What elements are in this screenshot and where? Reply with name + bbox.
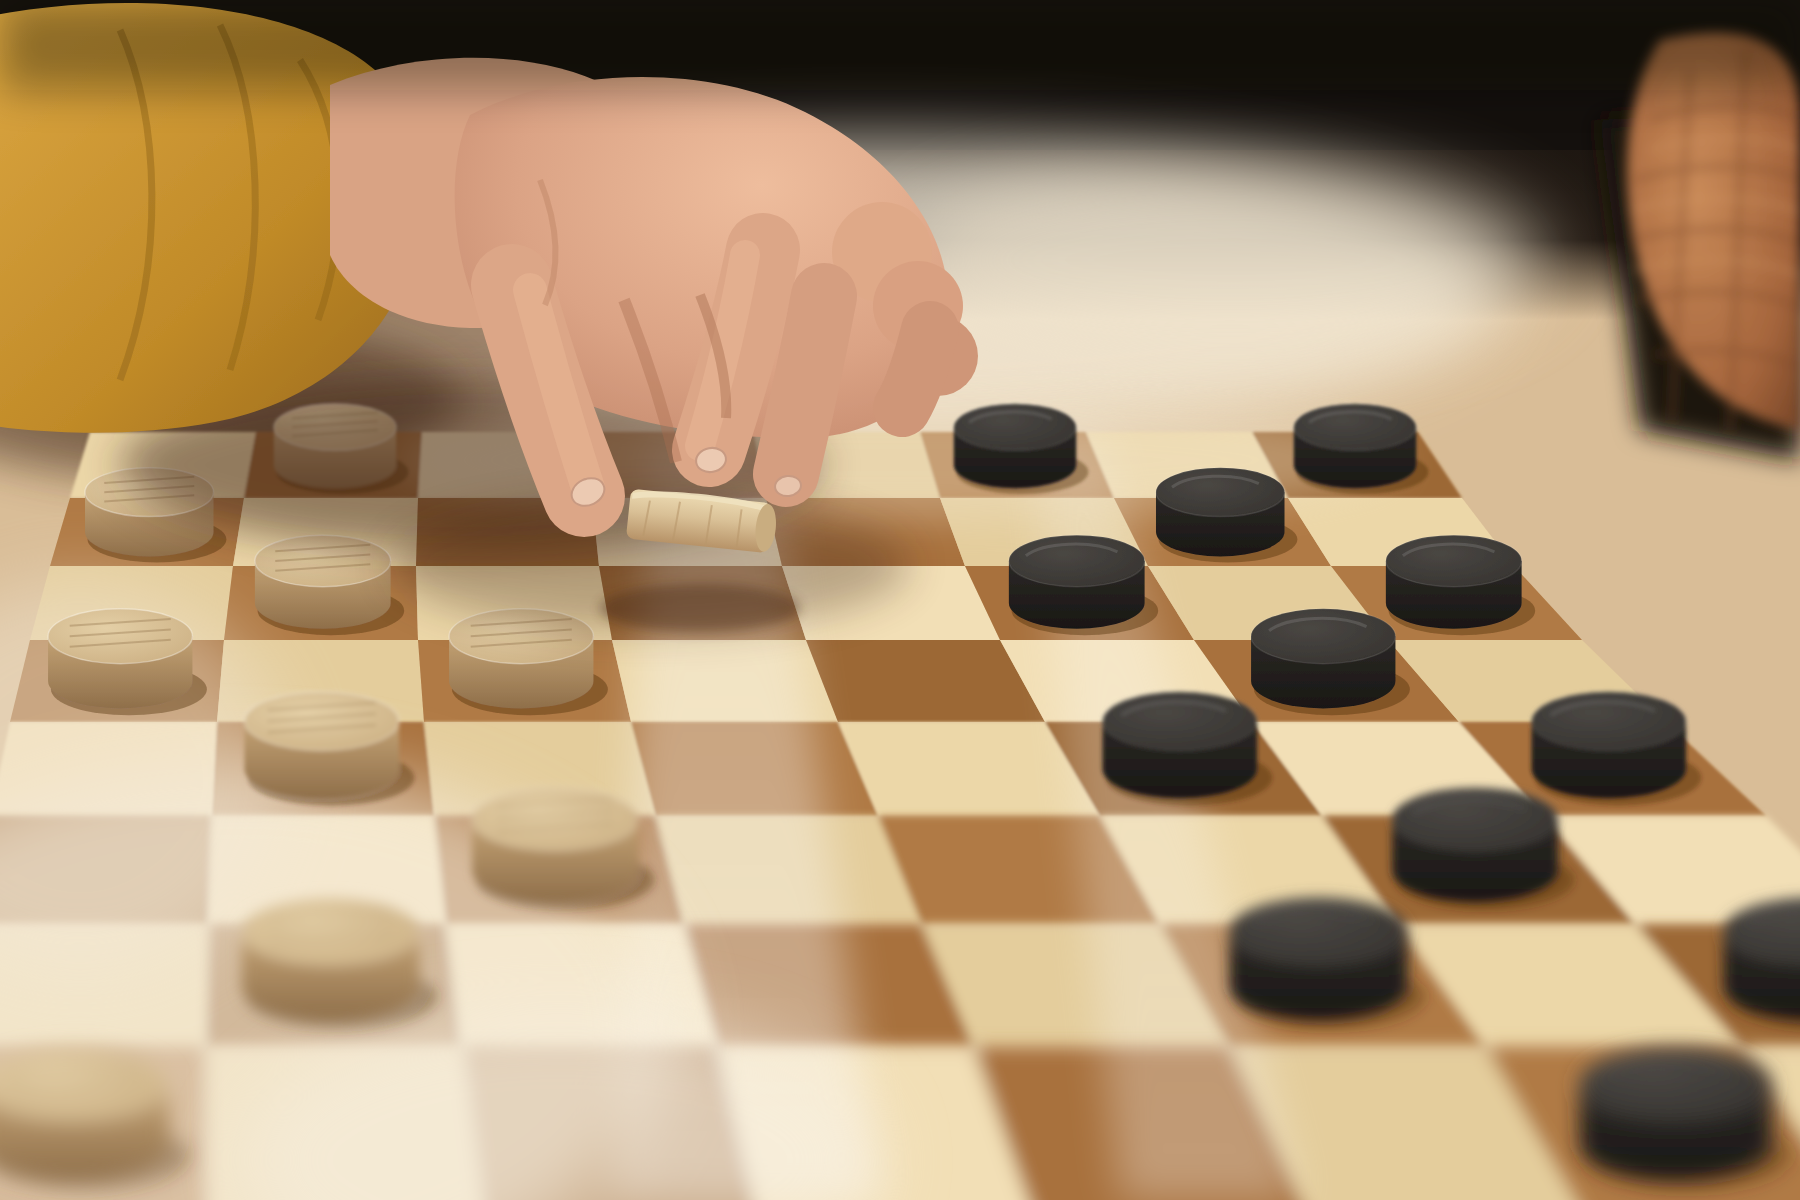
held-piece-shadow xyxy=(600,584,800,632)
table-bright-band-2 xyxy=(910,160,1550,360)
piece-dark-g7 xyxy=(1156,468,1297,563)
top-vignette xyxy=(0,0,1800,90)
piece-dark-h4 xyxy=(1532,692,1702,806)
piece-dark-h6 xyxy=(1386,535,1535,635)
piece-dark-f8 xyxy=(954,404,1089,494)
piece-light-b6 xyxy=(255,535,404,635)
piece-light-b4 xyxy=(245,692,415,806)
piece-dark-g5 xyxy=(1251,609,1410,715)
piece-dark-f6 xyxy=(1009,535,1158,635)
piece-dark-f2 xyxy=(1230,898,1426,1029)
checkers-photo xyxy=(0,0,1800,1200)
piece-dark-h2 xyxy=(1724,898,1800,1029)
photo-scene xyxy=(0,0,1800,1200)
piece-dark-f4 xyxy=(1103,692,1273,806)
piece-light-b2 xyxy=(242,898,438,1029)
piece-light-a1 xyxy=(0,1048,189,1190)
piece-light-a5 xyxy=(48,609,207,715)
piece-light-c3 xyxy=(472,788,654,910)
piece-dark-g1 xyxy=(1579,1048,1790,1190)
piece-dark-g3 xyxy=(1392,788,1574,910)
middle-finger xyxy=(786,296,824,474)
pinky-curled xyxy=(902,330,930,408)
piece-dark-h8 xyxy=(1294,404,1429,494)
